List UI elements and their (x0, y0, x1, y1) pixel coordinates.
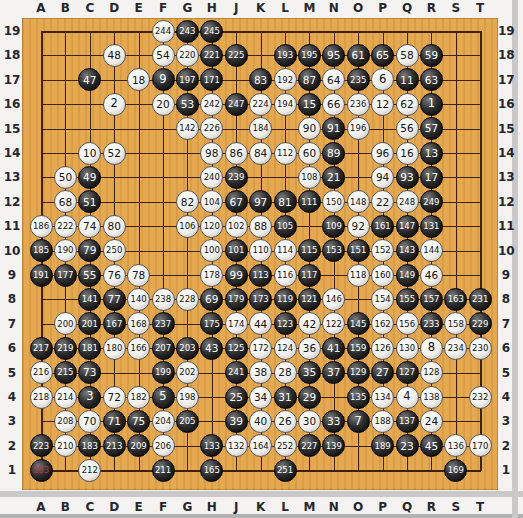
stone-H19: 245 (200, 20, 223, 43)
move-number: 113 (252, 271, 268, 280)
stone-P14: 96 (371, 142, 394, 165)
stone-P13: 94 (371, 166, 394, 189)
stone-S7: 158 (444, 312, 467, 335)
move-number: 152 (374, 246, 390, 255)
coord-col-G-bottom: G (179, 500, 195, 514)
stone-F3: 204 (152, 410, 175, 433)
stone-R9: 46 (420, 264, 443, 287)
move-number: 203 (179, 344, 195, 353)
move-number: 243 (179, 27, 195, 36)
stone-Q16: 62 (396, 93, 419, 116)
move-number: 234 (448, 344, 464, 353)
stone-R3: 24 (420, 410, 443, 433)
move-number: 58 (400, 50, 413, 61)
move-number: 115 (301, 246, 317, 255)
coord-row-8-left: 8 (2, 292, 22, 306)
stone-E2: 209 (127, 434, 150, 457)
coord-row-2-right: 2 (498, 439, 514, 453)
stone-F7: 237 (152, 312, 175, 335)
stone-C6: 181 (78, 337, 101, 360)
stone-K10: 110 (249, 239, 272, 262)
coord-col-T-bottom: T (472, 500, 488, 514)
move-number: 199 (155, 368, 171, 377)
stone-K8: 173 (249, 288, 272, 311)
coord-col-K-top: K (253, 1, 269, 15)
stone-B12: 68 (54, 190, 77, 213)
move-number: 181 (82, 344, 98, 353)
stone-R13: 17 (420, 166, 443, 189)
stone-M4: 29 (298, 386, 321, 409)
move-number: 220 (179, 51, 195, 60)
move-number: 143 (399, 246, 415, 255)
stone-N13: 21 (322, 166, 345, 189)
move-number: 136 (448, 442, 464, 451)
move-number: 79 (83, 245, 96, 256)
stone-E3: 75 (127, 410, 150, 433)
move-number: 219 (57, 344, 73, 353)
move-number: 249 (423, 198, 439, 207)
stone-M2: 227 (298, 434, 321, 457)
bottom-gray-strip (0, 491, 523, 497)
move-number: 56 (400, 123, 413, 134)
move-number: 77 (108, 294, 121, 305)
move-number: 180 (106, 344, 122, 353)
move-number: 142 (179, 124, 195, 133)
move-number: 217 (33, 344, 49, 353)
stone-F19: 244 (152, 20, 175, 43)
move-number: 80 (108, 221, 121, 232)
move-number: 50 (59, 172, 72, 183)
stone-F2: 206 (152, 434, 175, 457)
stone-N7: 122 (322, 312, 345, 335)
move-number: 215 (57, 368, 73, 377)
stone-Q13: 93 (396, 166, 419, 189)
coord-col-H-bottom: H (204, 500, 220, 514)
go-kifu-screenshot: 1234567891011121315161718202122232425262… (0, 0, 523, 518)
stone-F17: 9 (152, 68, 175, 91)
move-number: 194 (277, 100, 293, 109)
move-number: 208 (57, 417, 73, 426)
move-number: 116 (277, 271, 293, 280)
stone-M8: 121 (298, 288, 321, 311)
stone-O17: 235 (347, 68, 370, 91)
move-number: 18 (132, 75, 145, 86)
move-number: 237 (155, 320, 171, 329)
stone-M14: 60 (298, 142, 321, 165)
stone-K15: 184 (249, 117, 272, 140)
move-number: 171 (204, 76, 220, 85)
stone-G16: 53 (176, 93, 199, 116)
stone-G15: 142 (176, 117, 199, 140)
stone-N12: 150 (322, 190, 345, 213)
move-number: 192 (277, 76, 293, 85)
stone-R16: 1 (420, 93, 443, 116)
coord-col-B-bottom: B (57, 500, 73, 514)
coord-col-H-top: H (204, 1, 220, 15)
stone-C4: 3 (78, 386, 101, 409)
move-number: 91 (327, 123, 340, 134)
move-number: 251 (277, 466, 293, 475)
move-number: 229 (472, 320, 488, 329)
move-number: 134 (374, 393, 390, 402)
stone-H15: 226 (200, 117, 223, 140)
move-number: 252 (277, 442, 293, 451)
move-number: 182 (130, 393, 146, 402)
stone-H18: 221 (200, 44, 223, 67)
stone-K6: 172 (249, 337, 272, 360)
move-number: 68 (59, 197, 72, 208)
coord-col-K-bottom: K (253, 500, 269, 514)
move-number: 193 (277, 51, 293, 60)
stone-R7: 233 (420, 312, 443, 335)
move-number: 127 (399, 368, 415, 377)
stone-S2: 136 (444, 434, 467, 457)
move-number: 4 (403, 391, 410, 403)
stone-C8: 141 (78, 288, 101, 311)
stone-O6: 159 (347, 337, 370, 360)
stone-G11: 106 (176, 215, 199, 238)
move-number: 117 (301, 271, 317, 280)
stone-J12: 67 (225, 190, 248, 213)
move-number: 214 (57, 393, 73, 402)
move-number: 47 (83, 75, 96, 86)
stone-S6: 234 (444, 337, 467, 360)
move-number: 29 (303, 392, 316, 403)
move-number: 98 (205, 148, 218, 159)
stone-Q4: 4 (396, 386, 419, 409)
move-number: 1 (428, 98, 435, 110)
stone-L17: 192 (274, 68, 297, 91)
move-number: 61 (352, 50, 365, 61)
stone-R15: 57 (420, 117, 443, 140)
stone-P10: 152 (371, 239, 394, 262)
stone-O16: 236 (347, 93, 370, 116)
move-number: 82 (181, 197, 194, 208)
stone-A5: 216 (30, 361, 53, 384)
move-number: 159 (350, 344, 366, 353)
move-number: 92 (352, 221, 365, 232)
stone-Q3: 137 (396, 410, 419, 433)
move-number: 110 (252, 246, 268, 255)
stone-F8: 238 (152, 288, 175, 311)
coord-col-N-top: N (326, 1, 342, 15)
stone-F6: 207 (152, 337, 175, 360)
move-number: 31 (278, 392, 291, 403)
stone-C7: 201 (78, 312, 101, 335)
coord-col-P-top: P (375, 1, 391, 15)
move-number: 130 (399, 344, 415, 353)
stone-P5: 27 (371, 361, 394, 384)
move-number: 27 (376, 367, 389, 378)
move-number: 87 (303, 75, 316, 86)
move-number: 99 (230, 270, 243, 281)
stone-D11: 80 (103, 215, 126, 238)
move-number: 51 (83, 197, 96, 208)
stone-D18: 48 (103, 44, 126, 67)
move-number: 42 (303, 319, 316, 330)
move-number: 221 (204, 51, 220, 60)
move-number: 96 (376, 148, 389, 159)
coord-col-S-bottom: S (448, 500, 464, 514)
coord-col-M-top: M (301, 1, 317, 15)
move-number: 30 (303, 416, 316, 427)
move-number: 8 (428, 342, 435, 354)
coord-row-5-right: 5 (498, 366, 514, 380)
coord-col-A-bottom: A (33, 500, 49, 514)
move-number: 3 (86, 391, 93, 403)
move-number: 235 (350, 76, 366, 85)
move-number: 88 (254, 221, 267, 232)
stone-M6: 36 (298, 337, 321, 360)
move-number: 74 (83, 221, 96, 232)
stone-L11: 105 (274, 215, 297, 238)
move-number: 135 (350, 393, 366, 402)
move-number: 228 (179, 295, 195, 304)
stone-F18: 54 (152, 44, 175, 67)
move-number: 101 (228, 246, 244, 255)
stone-B4: 214 (54, 386, 77, 409)
stone-B13: 50 (54, 166, 77, 189)
stone-J11: 102 (225, 215, 248, 238)
move-number: 129 (350, 368, 366, 377)
stone-O12: 148 (347, 190, 370, 213)
move-number: 169 (448, 466, 464, 475)
coord-col-J-top: J (228, 1, 244, 15)
stone-R8: 157 (420, 288, 443, 311)
move-number: 173 (252, 295, 268, 304)
move-number: 131 (423, 222, 439, 231)
move-number: 242 (204, 100, 220, 109)
stone-H10: 100 (200, 239, 223, 262)
move-number: 37 (327, 367, 340, 378)
stone-C2: 183 (78, 434, 101, 457)
stone-O7: 145 (347, 312, 370, 335)
move-number: 170 (472, 442, 488, 451)
stone-C3: 70 (78, 410, 101, 433)
move-number: 198 (179, 393, 195, 402)
stone-L18: 193 (274, 44, 297, 67)
move-number: 236 (350, 100, 366, 109)
stone-G18: 220 (176, 44, 199, 67)
move-number: 195 (301, 51, 317, 60)
move-number: 38 (254, 367, 267, 378)
move-number: 204 (155, 417, 171, 426)
stone-G12: 82 (176, 190, 199, 213)
stone-Q5: 127 (396, 361, 419, 384)
move-number: 35 (303, 367, 316, 378)
stone-M12: 111 (298, 190, 321, 213)
stone-R6: 8 (420, 337, 443, 360)
stone-K9: 113 (249, 264, 272, 287)
stone-J10: 101 (225, 239, 248, 262)
stone-L6: 124 (274, 337, 297, 360)
stone-C13: 49 (78, 166, 101, 189)
move-number: 70 (83, 416, 96, 427)
stone-P8: 154 (371, 288, 394, 311)
move-number: 118 (350, 271, 366, 280)
move-number: 132 (228, 442, 244, 451)
coord-row-1-left: 1 (2, 463, 22, 477)
stone-H14: 98 (200, 142, 223, 165)
move-number: 34 (254, 392, 267, 403)
coord-row-6-right: 6 (498, 341, 514, 355)
stone-K16: 224 (249, 93, 272, 116)
stone-A1: 253 (30, 459, 53, 482)
move-number: 109 (326, 222, 342, 231)
move-number: 164 (252, 442, 268, 451)
move-number: 205 (179, 417, 195, 426)
move-number: 111 (301, 198, 317, 207)
move-number: 239 (228, 173, 244, 182)
move-number: 66 (327, 99, 340, 110)
stone-R10: 144 (420, 239, 443, 262)
stone-O5: 129 (347, 361, 370, 384)
move-number: 253 (33, 466, 49, 475)
stone-L1: 251 (274, 459, 297, 482)
stone-O3: 7 (347, 410, 370, 433)
stone-B3: 208 (54, 410, 77, 433)
stone-M18: 195 (298, 44, 321, 67)
move-number: 177 (57, 271, 73, 280)
stone-F4: 5 (152, 386, 175, 409)
stone-Q2: 23 (396, 434, 419, 457)
stone-N14: 89 (322, 142, 345, 165)
stone-R12: 249 (420, 190, 443, 213)
stone-H8: 69 (200, 288, 223, 311)
stone-N6: 41 (322, 337, 345, 360)
stone-C11: 74 (78, 215, 101, 238)
stone-H13: 240 (200, 166, 223, 189)
stone-A9: 191 (30, 264, 53, 287)
stone-R4: 138 (420, 386, 443, 409)
move-number: 55 (83, 270, 96, 281)
stone-R14: 13 (420, 142, 443, 165)
move-number: 160 (374, 271, 390, 280)
coord-row-8-right: 8 (498, 292, 514, 306)
stone-D16: 2 (103, 93, 126, 116)
stone-O9: 118 (347, 264, 370, 287)
move-number: 5 (159, 391, 166, 403)
move-number: 40 (254, 416, 267, 427)
go-board-surface[interactable]: 1234567891011121315161718202122232425262… (22, 18, 498, 490)
coord-col-E-bottom: E (131, 500, 147, 514)
move-number: 62 (400, 99, 413, 110)
move-number: 123 (277, 320, 293, 329)
move-number: 202 (179, 368, 195, 377)
stone-J8: 179 (225, 288, 248, 311)
move-number: 151 (350, 246, 366, 255)
coord-row-18-right: 18 (498, 48, 514, 62)
coord-row-13-right: 13 (498, 170, 514, 184)
stone-L4: 31 (274, 386, 297, 409)
coord-col-T-top: T (472, 1, 488, 15)
move-number: 25 (230, 392, 243, 403)
stone-Q10: 143 (396, 239, 419, 262)
move-number: 209 (130, 442, 146, 451)
move-number: 41 (327, 343, 340, 354)
coord-row-19-left: 19 (2, 24, 22, 38)
move-number: 119 (277, 295, 293, 304)
move-number: 44 (254, 319, 267, 330)
coord-col-J-bottom: J (228, 500, 244, 514)
coord-col-D-bottom: D (106, 500, 122, 514)
stone-Q7: 156 (396, 312, 419, 335)
stone-H2: 133 (200, 434, 223, 457)
stone-L7: 123 (274, 312, 297, 335)
stone-F1: 211 (152, 459, 175, 482)
move-number: 9 (159, 74, 166, 86)
move-number: 158 (448, 320, 464, 329)
coord-row-6-left: 6 (2, 341, 22, 355)
stone-F5: 199 (152, 361, 175, 384)
coord-row-12-left: 12 (2, 195, 22, 209)
move-number: 175 (204, 320, 220, 329)
move-number: 227 (301, 442, 317, 451)
coord-col-N-bottom: N (326, 500, 342, 514)
coord-col-O-bottom: O (350, 500, 366, 514)
move-number: 100 (204, 246, 220, 255)
move-number: 114 (277, 246, 293, 255)
stone-J4: 25 (225, 386, 248, 409)
move-number: 122 (326, 320, 342, 329)
move-number: 120 (204, 222, 220, 231)
move-number: 104 (204, 198, 220, 207)
stone-B6: 219 (54, 337, 77, 360)
move-number: 144 (423, 246, 439, 255)
move-number: 174 (228, 320, 244, 329)
move-number: 241 (228, 368, 244, 377)
stone-Q12: 248 (396, 190, 419, 213)
stone-Q15: 56 (396, 117, 419, 140)
coord-col-M-bottom: M (301, 500, 317, 514)
coord-row-10-right: 10 (498, 244, 514, 258)
move-number: 106 (179, 222, 195, 231)
move-number: 102 (228, 222, 244, 231)
stone-T4: 232 (469, 386, 492, 409)
stone-E7: 168 (127, 312, 150, 335)
move-number: 197 (179, 76, 195, 85)
move-number: 76 (108, 270, 121, 281)
stone-S1: 169 (444, 459, 467, 482)
move-number: 213 (106, 442, 122, 451)
stone-P6: 126 (371, 337, 394, 360)
stone-M3: 30 (298, 410, 321, 433)
move-number: 39 (230, 416, 243, 427)
move-number: 26 (278, 416, 291, 427)
move-number: 224 (252, 100, 268, 109)
move-number: 54 (156, 50, 169, 61)
move-number: 162 (374, 320, 390, 329)
move-number: 72 (108, 392, 121, 403)
coord-row-3-left: 3 (2, 414, 22, 428)
stone-C12: 51 (78, 190, 101, 213)
stone-D3: 71 (103, 410, 126, 433)
coord-col-Q-bottom: Q (399, 500, 415, 514)
stone-B5: 215 (54, 361, 77, 384)
stone-D9: 76 (103, 264, 126, 287)
stone-R5: 128 (420, 361, 443, 384)
move-number: 233 (423, 320, 439, 329)
coord-row-2-left: 2 (2, 439, 22, 453)
coord-row-11-left: 11 (2, 219, 22, 233)
coord-col-L-top: L (277, 1, 293, 15)
stone-Q8: 155 (396, 288, 419, 311)
move-number: 200 (57, 320, 73, 329)
bottom-edge-strip (0, 514, 523, 518)
move-number: 133 (204, 442, 220, 451)
move-number: 206 (155, 442, 171, 451)
move-number: 157 (423, 295, 439, 304)
